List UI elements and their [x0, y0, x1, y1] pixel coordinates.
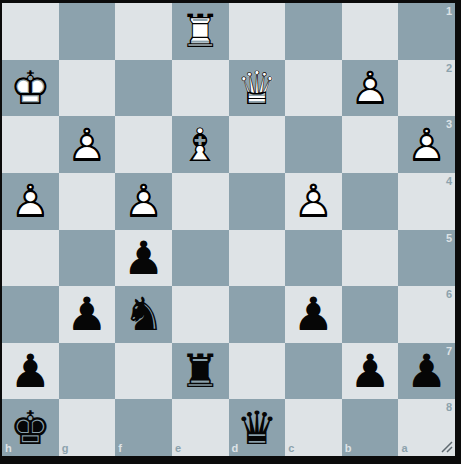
square-a2[interactable]: 2: [398, 60, 455, 117]
square-f6[interactable]: ♞: [115, 286, 172, 343]
file-label-e: e: [175, 443, 181, 454]
square-h3[interactable]: [2, 116, 59, 173]
black-queen[interactable]: ♛: [229, 399, 286, 456]
square-c3[interactable]: [285, 116, 342, 173]
square-a8[interactable]: 8a: [398, 399, 455, 456]
black-pawn[interactable]: ♟: [2, 343, 59, 400]
white-rook-outline: ♖: [172, 3, 229, 60]
white-pawn-glyph: ♟: [398, 116, 455, 173]
black-pawn-glyph: ♟: [115, 230, 172, 287]
black-king[interactable]: ♚: [2, 399, 59, 456]
square-h6[interactable]: [2, 286, 59, 343]
square-f1[interactable]: [115, 3, 172, 60]
black-pawn[interactable]: ♟: [59, 286, 116, 343]
black-pawn[interactable]: ♟: [115, 230, 172, 287]
square-f2[interactable]: [115, 60, 172, 117]
square-g2[interactable]: [59, 60, 116, 117]
white-rook-glyph: ♜: [172, 3, 229, 60]
square-g5[interactable]: [59, 230, 116, 287]
white-pawn[interactable]: ♟♙: [342, 60, 399, 117]
square-f8[interactable]: f: [115, 399, 172, 456]
file-label-g: g: [62, 443, 69, 454]
square-d8[interactable]: d♛: [229, 399, 286, 456]
white-queen-outline: ♕: [229, 60, 286, 117]
square-e4[interactable]: [172, 173, 229, 230]
white-bishop[interactable]: ♝♗: [172, 116, 229, 173]
square-h1[interactable]: [2, 3, 59, 60]
black-pawn-glyph: ♟: [59, 286, 116, 343]
square-g1[interactable]: [59, 3, 116, 60]
chess-board: ♜♖1♚♔♛♕♟♙2♟♙♝♗3♟♙♟♙♟♙♟♙4♟5♟♞♟6♟♜♟7♟h♚gfe…: [2, 3, 455, 456]
white-king-outline: ♔: [2, 60, 59, 117]
rank-label-2: 2: [446, 63, 452, 74]
square-c2[interactable]: [285, 60, 342, 117]
square-b8[interactable]: b: [342, 399, 399, 456]
square-e5[interactable]: [172, 230, 229, 287]
black-pawn[interactable]: ♟: [285, 286, 342, 343]
white-queen-glyph: ♛: [229, 60, 286, 117]
square-c8[interactable]: c: [285, 399, 342, 456]
white-pawn-outline: ♙: [2, 173, 59, 230]
square-b1[interactable]: [342, 3, 399, 60]
white-pawn-outline: ♙: [59, 116, 116, 173]
file-label-f: f: [118, 443, 122, 454]
white-pawn-outline: ♙: [285, 173, 342, 230]
white-bishop-outline: ♗: [172, 116, 229, 173]
white-queen[interactable]: ♛♕: [229, 60, 286, 117]
square-b6[interactable]: [342, 286, 399, 343]
square-c1[interactable]: [285, 3, 342, 60]
square-h8[interactable]: h♚: [2, 399, 59, 456]
square-h2[interactable]: ♚♔: [2, 60, 59, 117]
file-label-b: b: [345, 443, 352, 454]
square-d5[interactable]: [229, 230, 286, 287]
square-e7[interactable]: ♜: [172, 343, 229, 400]
resize-handle-icon[interactable]: [441, 441, 453, 453]
square-a5[interactable]: 5: [398, 230, 455, 287]
square-b7[interactable]: ♟: [342, 343, 399, 400]
rank-label-6: 6: [446, 289, 452, 300]
white-king[interactable]: ♚♔: [2, 60, 59, 117]
black-pawn-glyph: ♟: [285, 286, 342, 343]
square-c7[interactable]: [285, 343, 342, 400]
square-h5[interactable]: [2, 230, 59, 287]
white-pawn-glyph: ♟: [2, 173, 59, 230]
square-c4[interactable]: ♟♙: [285, 173, 342, 230]
white-pawn-glyph: ♟: [342, 60, 399, 117]
square-a4[interactable]: 4: [398, 173, 455, 230]
black-queen-glyph: ♛: [229, 399, 286, 456]
white-pawn-glyph: ♟: [285, 173, 342, 230]
white-bishop-glyph: ♝: [172, 116, 229, 173]
black-king-glyph: ♚: [2, 399, 59, 456]
white-pawn-outline: ♙: [115, 173, 172, 230]
square-e3[interactable]: ♝♗: [172, 116, 229, 173]
square-e8[interactable]: e: [172, 399, 229, 456]
square-g4[interactable]: [59, 173, 116, 230]
black-knight-glyph: ♞: [115, 286, 172, 343]
square-f7[interactable]: [115, 343, 172, 400]
square-b4[interactable]: [342, 173, 399, 230]
square-e6[interactable]: [172, 286, 229, 343]
square-d3[interactable]: [229, 116, 286, 173]
square-d1[interactable]: [229, 3, 286, 60]
black-rook[interactable]: ♜: [172, 343, 229, 400]
square-b3[interactable]: [342, 116, 399, 173]
square-a3[interactable]: 3♟♙: [398, 116, 455, 173]
black-pawn-glyph: ♟: [342, 343, 399, 400]
square-d4[interactable]: [229, 173, 286, 230]
file-label-c: c: [288, 443, 294, 454]
square-a1[interactable]: 1: [398, 3, 455, 60]
square-f4[interactable]: ♟♙: [115, 173, 172, 230]
white-pawn-outline: ♙: [398, 116, 455, 173]
square-d6[interactable]: [229, 286, 286, 343]
square-g3[interactable]: ♟♙: [59, 116, 116, 173]
white-pawn[interactable]: ♟♙: [59, 116, 116, 173]
white-pawn[interactable]: ♟♙: [285, 173, 342, 230]
rank-label-1: 1: [446, 6, 452, 17]
white-pawn[interactable]: ♟♙: [115, 173, 172, 230]
square-a6[interactable]: 6: [398, 286, 455, 343]
rank-label-4: 4: [446, 176, 452, 187]
rank-label-8: 8: [446, 402, 452, 413]
square-e2[interactable]: [172, 60, 229, 117]
white-pawn[interactable]: ♟♙: [2, 173, 59, 230]
black-knight[interactable]: ♞: [115, 286, 172, 343]
square-h4[interactable]: ♟♙: [2, 173, 59, 230]
square-c5[interactable]: [285, 230, 342, 287]
black-pawn-glyph: ♟: [398, 343, 455, 400]
square-f3[interactable]: [115, 116, 172, 173]
black-pawn[interactable]: ♟: [342, 343, 399, 400]
square-b2[interactable]: ♟♙: [342, 60, 399, 117]
rank-label-5: 5: [446, 233, 452, 244]
white-pawn[interactable]: ♟♙: [398, 116, 455, 173]
square-b5[interactable]: [342, 230, 399, 287]
white-rook[interactable]: ♜♖: [172, 3, 229, 60]
square-a7[interactable]: 7♟: [398, 343, 455, 400]
square-f5[interactable]: ♟: [115, 230, 172, 287]
square-g6[interactable]: ♟: [59, 286, 116, 343]
board-frame: ♜♖1♚♔♛♕♟♙2♟♙♝♗3♟♙♟♙♟♙♟♙4♟5♟♞♟6♟♜♟7♟h♚gfe…: [0, 0, 461, 464]
black-pawn[interactable]: ♟: [398, 343, 455, 400]
square-d7[interactable]: [229, 343, 286, 400]
black-pawn-glyph: ♟: [2, 343, 59, 400]
white-pawn-glyph: ♟: [59, 116, 116, 173]
black-rook-glyph: ♜: [172, 343, 229, 400]
white-pawn-outline: ♙: [342, 60, 399, 117]
square-d2[interactable]: ♛♕: [229, 60, 286, 117]
white-king-glyph: ♚: [2, 60, 59, 117]
file-label-a: a: [401, 443, 407, 454]
square-g8[interactable]: g: [59, 399, 116, 456]
white-pawn-glyph: ♟: [115, 173, 172, 230]
square-g7[interactable]: [59, 343, 116, 400]
square-e1[interactable]: ♜♖: [172, 3, 229, 60]
square-h7[interactable]: ♟: [2, 343, 59, 400]
square-c6[interactable]: ♟: [285, 286, 342, 343]
